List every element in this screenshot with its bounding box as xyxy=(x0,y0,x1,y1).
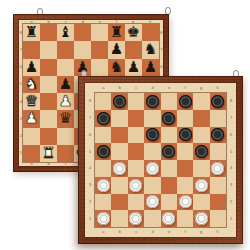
chess-piece-white-queen-a4[interactable]: ♛ xyxy=(25,94,38,109)
checkers-square-g4[interactable] xyxy=(193,160,209,177)
checkers-square-g7[interactable] xyxy=(193,110,209,127)
checkers-rank-label-6: 6 xyxy=(89,133,91,137)
checkers-square-d1[interactable] xyxy=(144,210,160,227)
checkers-file-label-d: d xyxy=(152,86,154,90)
chess-square-h8[interactable] xyxy=(142,24,159,41)
checkers-square-f8[interactable] xyxy=(177,93,193,110)
checkers-square-g2[interactable] xyxy=(193,194,209,211)
chess-square-b2[interactable] xyxy=(40,128,57,145)
chess-square-c3[interactable]: ♛ xyxy=(57,110,74,127)
chess-rank-label-7: 7 xyxy=(20,48,22,52)
chess-rank-label-3: 3 xyxy=(20,117,22,121)
chess-square-b1[interactable]: ♜ xyxy=(40,145,57,162)
chess-piece-black-rook-f8[interactable]: ♜ xyxy=(110,25,123,40)
checkers-rank-label-7: 7 xyxy=(89,116,91,120)
checkers-square-e3[interactable] xyxy=(161,177,177,194)
checkers-rank-label-2: 2 xyxy=(89,200,91,204)
chess-square-c2[interactable] xyxy=(57,128,74,145)
checkers-man-black-a5[interactable] xyxy=(97,145,110,158)
checkers-file-label-e: e xyxy=(168,230,170,234)
chess-piece-black-pawn-f7[interactable]: ♟ xyxy=(110,42,123,57)
checkers-file-label-c: c xyxy=(135,230,137,234)
checkers-man-black-e7[interactable] xyxy=(162,112,175,125)
chess-square-a2[interactable] xyxy=(23,128,40,145)
chess-file-label-c: c xyxy=(65,162,67,166)
chess-square-g8[interactable]: ♚ xyxy=(125,24,142,41)
checkers-square-c6[interactable] xyxy=(128,127,144,144)
chess-piece-black-king-g8[interactable]: ♚ xyxy=(127,25,140,40)
checkers-man-white-g1[interactable] xyxy=(195,212,208,225)
chess-piece-black-pawn-g6[interactable]: ♟ xyxy=(127,59,140,74)
chess-rank-label-8: 8 xyxy=(20,31,22,35)
chess-square-b7[interactable] xyxy=(40,41,57,58)
chess-square-g7[interactable] xyxy=(125,41,142,58)
chess-square-g6[interactable]: ♟ xyxy=(125,59,142,76)
checkers-man-white-d4[interactable] xyxy=(146,162,159,175)
checkers-square-f2[interactable] xyxy=(177,194,193,211)
checkers-rank-label-5: 5 xyxy=(230,150,232,154)
chess-piece-white-pawn-a3[interactable]: ♟ xyxy=(25,111,38,126)
chess-square-b8[interactable] xyxy=(40,24,57,41)
checkers-square-b8[interactable] xyxy=(111,93,127,110)
checkers-rank-label-2: 2 xyxy=(230,200,232,204)
checkers-square-e1[interactable] xyxy=(161,210,177,227)
checkers-rank-label-8: 8 xyxy=(89,99,91,103)
checkers-file-label-h: h xyxy=(217,230,219,234)
chess-square-e7[interactable] xyxy=(91,41,108,58)
checkers-grid xyxy=(95,93,226,227)
checkers-man-black-h8[interactable] xyxy=(211,95,224,108)
checkers-man-black-h6[interactable] xyxy=(211,128,224,141)
checkers-square-c7[interactable] xyxy=(128,110,144,127)
checkers-square-a4[interactable] xyxy=(95,160,111,177)
checkers-man-black-b8[interactable] xyxy=(113,95,126,108)
checkers-square-b2[interactable] xyxy=(111,194,127,211)
checkers-man-black-e5[interactable] xyxy=(162,145,175,158)
checkers-square-a7[interactable] xyxy=(95,110,111,127)
chess-piece-black-knight-f6[interactable]: ♞ xyxy=(110,59,123,74)
chess-square-a6[interactable]: ♟ xyxy=(23,59,40,76)
chess-rank-label-7: 7 xyxy=(160,48,162,52)
chess-piece-white-pawn-c4[interactable]: ♟ xyxy=(59,94,72,109)
chess-square-a5[interactable]: ♞ xyxy=(23,76,40,93)
checkers-file-label-f: f xyxy=(185,86,186,90)
checkers-square-e7[interactable] xyxy=(161,110,177,127)
chess-square-h6[interactable]: ♟ xyxy=(142,59,159,76)
checkers-man-white-b4[interactable] xyxy=(113,162,126,175)
checkers-demo-board: abcdefgh abcdefgh 87654321 87654321 xyxy=(78,76,243,244)
checkers-square-b1[interactable] xyxy=(111,210,127,227)
checkers-square-h1[interactable] xyxy=(210,210,226,227)
checkers-rank-label-4: 4 xyxy=(89,166,91,170)
chess-square-b5[interactable] xyxy=(40,76,57,93)
checkers-square-b5[interactable] xyxy=(111,143,127,160)
chess-square-b6[interactable] xyxy=(40,59,57,76)
checkers-man-white-h4[interactable] xyxy=(211,162,224,175)
checkers-square-f1[interactable] xyxy=(177,210,193,227)
chess-piece-white-rook-b1[interactable]: ♜ xyxy=(42,145,55,160)
chess-rank-label-5: 5 xyxy=(20,82,22,86)
chess-file-label-b: b xyxy=(48,162,50,166)
checkers-square-h2[interactable] xyxy=(210,194,226,211)
chess-square-h7[interactable]: ♞ xyxy=(142,41,159,58)
checkers-man-white-a1[interactable] xyxy=(97,212,110,225)
chess-square-d8[interactable] xyxy=(74,24,91,41)
checkers-rank-label-5: 5 xyxy=(89,150,91,154)
checkers-square-d7[interactable] xyxy=(144,110,160,127)
checkers-square-e6[interactable] xyxy=(161,127,177,144)
chess-square-a1[interactable] xyxy=(23,145,40,162)
checkers-man-white-c3[interactable] xyxy=(129,179,142,192)
checkers-man-black-g5[interactable] xyxy=(195,145,208,158)
checkers-square-a3[interactable] xyxy=(95,177,111,194)
chess-square-c6[interactable] xyxy=(57,59,74,76)
checkers-square-e2[interactable] xyxy=(161,194,177,211)
checkers-file-label-g: g xyxy=(200,86,202,90)
chess-piece-black-pawn-c5[interactable]: ♟ xyxy=(59,76,72,91)
checkers-square-a2[interactable] xyxy=(95,194,111,211)
checkers-square-c2[interactable] xyxy=(128,194,144,211)
checkers-man-black-a7[interactable] xyxy=(97,112,110,125)
checkers-man-white-g3[interactable] xyxy=(195,179,208,192)
checkers-square-c8[interactable] xyxy=(128,93,144,110)
checkers-file-label-c: c xyxy=(135,86,137,90)
chess-file-label-a: a xyxy=(30,162,32,166)
checkers-rank-label-3: 3 xyxy=(230,183,232,187)
chess-piece-black-queen-c3[interactable]: ♛ xyxy=(59,111,72,126)
checkers-square-h8[interactable] xyxy=(210,93,226,110)
checkers-man-white-f2[interactable] xyxy=(179,195,192,208)
checkers-square-a1[interactable] xyxy=(95,210,111,227)
checkers-square-d8[interactable] xyxy=(144,93,160,110)
chess-piece-black-pawn-a6[interactable]: ♟ xyxy=(25,59,38,74)
checkers-square-h4[interactable] xyxy=(210,160,226,177)
checkers-man-white-a3[interactable] xyxy=(97,179,110,192)
checkers-file-label-g: g xyxy=(200,230,202,234)
checkers-square-h6[interactable] xyxy=(210,127,226,144)
checkers-square-b4[interactable] xyxy=(111,160,127,177)
checkers-square-h7[interactable] xyxy=(210,110,226,127)
scene: abcdefgh abcdefgh 87654321 87654321 ♜♝♜♚… xyxy=(0,0,250,250)
checkers-square-d3[interactable] xyxy=(144,177,160,194)
chess-square-a4[interactable]: ♛ xyxy=(23,93,40,110)
checkers-square-c5[interactable] xyxy=(128,143,144,160)
chess-piece-black-knight-h7[interactable]: ♞ xyxy=(144,42,157,57)
checkers-file-label-f: f xyxy=(185,230,186,234)
checkers-file-label-a: a xyxy=(102,86,104,90)
checkers-file-label-e: e xyxy=(168,86,170,90)
checkers-square-g1[interactable] xyxy=(193,210,209,227)
chess-rank-label-2: 2 xyxy=(20,134,22,138)
chess-square-a3[interactable]: ♟ xyxy=(23,110,40,127)
chess-rank-label-4: 4 xyxy=(20,100,22,104)
checkers-file-labels-bottom: abcdefgh xyxy=(95,229,226,235)
chess-square-b4[interactable] xyxy=(40,93,57,110)
checkers-square-g8[interactable] xyxy=(193,93,209,110)
checkers-rank-label-6: 6 xyxy=(230,133,232,137)
checkers-rank-label-8: 8 xyxy=(230,99,232,103)
checkers-square-b3[interactable] xyxy=(111,177,127,194)
chess-piece-black-rook-a8[interactable]: ♜ xyxy=(25,25,38,40)
checkers-man-white-d2[interactable] xyxy=(146,195,159,208)
checkers-square-d4[interactable] xyxy=(144,160,160,177)
chess-square-f7[interactable]: ♟ xyxy=(108,41,125,58)
checkers-square-a8[interactable] xyxy=(95,93,111,110)
checkers-square-g3[interactable] xyxy=(193,177,209,194)
checkers-man-black-f8[interactable] xyxy=(179,95,192,108)
checkers-rank-label-1: 1 xyxy=(230,217,232,221)
checkers-square-f4[interactable] xyxy=(177,160,193,177)
checkers-rank-labels-left: 87654321 xyxy=(87,93,93,227)
checkers-square-f6[interactable] xyxy=(177,127,193,144)
checkers-square-a5[interactable] xyxy=(95,143,111,160)
checkers-square-h3[interactable] xyxy=(210,177,226,194)
checkers-square-g5[interactable] xyxy=(193,143,209,160)
chess-piece-black-bishop-c8[interactable]: ♝ xyxy=(59,25,72,40)
chess-square-e8[interactable] xyxy=(91,24,108,41)
chess-square-c1[interactable] xyxy=(57,145,74,162)
checkers-square-c1[interactable] xyxy=(128,210,144,227)
checkers-file-labels-top: abcdefgh xyxy=(95,85,226,91)
chess-square-a8[interactable]: ♜ xyxy=(23,24,40,41)
checkers-file-label-h: h xyxy=(217,86,219,90)
chess-square-c8[interactable]: ♝ xyxy=(57,24,74,41)
checkers-file-label-d: d xyxy=(152,230,154,234)
chess-square-f6[interactable]: ♞ xyxy=(108,59,125,76)
checkers-square-c4[interactable] xyxy=(128,160,144,177)
checkers-square-e4[interactable] xyxy=(161,160,177,177)
checkers-man-white-c1[interactable] xyxy=(129,212,142,225)
checkers-square-c3[interactable] xyxy=(128,177,144,194)
checkers-man-black-f6[interactable] xyxy=(179,128,192,141)
checkers-square-h5[interactable] xyxy=(210,143,226,160)
chess-rank-label-1: 1 xyxy=(20,151,22,155)
checkers-file-label-b: b xyxy=(119,230,121,234)
checkers-rank-label-1: 1 xyxy=(89,217,91,221)
checkers-square-f5[interactable] xyxy=(177,143,193,160)
chess-square-c5[interactable]: ♟ xyxy=(57,76,74,93)
chess-piece-white-knight-a5[interactable]: ♞ xyxy=(25,76,38,91)
checkers-square-e8[interactable] xyxy=(161,93,177,110)
checkers-man-black-d8[interactable] xyxy=(146,95,159,108)
checkers-rank-label-3: 3 xyxy=(89,183,91,187)
chess-rank-label-8: 8 xyxy=(160,31,162,35)
checkers-rank-labels-right: 87654321 xyxy=(228,93,234,227)
checkers-square-f7[interactable] xyxy=(177,110,193,127)
chess-rank-label-6: 6 xyxy=(20,65,22,69)
checkers-square-b7[interactable] xyxy=(111,110,127,127)
checkers-rank-label-7: 7 xyxy=(230,116,232,120)
chess-square-e6[interactable] xyxy=(91,59,108,76)
chess-square-c7[interactable] xyxy=(57,41,74,58)
chess-square-d7[interactable] xyxy=(74,41,91,58)
checkers-square-d5[interactable] xyxy=(144,143,160,160)
checkers-square-e5[interactable] xyxy=(161,143,177,160)
checkers-square-g6[interactable] xyxy=(193,127,209,144)
checkers-square-d6[interactable] xyxy=(144,127,160,144)
chess-square-a7[interactable] xyxy=(23,41,40,58)
checkers-square-a6[interactable] xyxy=(95,127,111,144)
checkers-square-f3[interactable] xyxy=(177,177,193,194)
chess-square-f8[interactable]: ♜ xyxy=(108,24,125,41)
checkers-man-white-e1[interactable] xyxy=(162,212,175,225)
chess-square-c4[interactable]: ♟ xyxy=(57,93,74,110)
checkers-rank-label-4: 4 xyxy=(230,166,232,170)
checkers-square-d2[interactable] xyxy=(144,194,160,211)
chess-rank-label-6: 6 xyxy=(160,65,162,69)
checkers-square-b6[interactable] xyxy=(111,127,127,144)
checkers-file-label-b: b xyxy=(119,86,121,90)
chess-square-b3[interactable] xyxy=(40,110,57,127)
chess-piece-black-pawn-h6[interactable]: ♟ xyxy=(144,59,157,74)
checkers-file-label-a: a xyxy=(102,230,104,234)
checkers-man-black-d6[interactable] xyxy=(146,128,159,141)
